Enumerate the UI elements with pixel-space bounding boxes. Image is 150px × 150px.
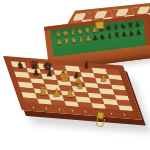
stored-piece: ♟ [135,29,143,36]
brass-latch-icon [95,21,105,30]
board-frame [3,56,142,120]
brass-clasp-icon [94,111,106,128]
board-grid [11,61,133,111]
clasp-hook [95,117,105,128]
scene: ♛♚♝♞♜♟♛♚♝♞♜♟ ♟♜♞♝♟♟♞♝♜♟♟♟ ♝♞♛♚♟♟♟♟♟♚♟♝♜♟… [0,0,150,150]
square-h1 [118,105,133,111]
